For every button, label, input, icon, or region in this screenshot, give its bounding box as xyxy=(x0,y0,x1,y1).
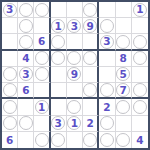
odd-marker-circle xyxy=(67,51,81,65)
cell-r3c4[interactable] xyxy=(51,34,67,50)
given-digit: 2 xyxy=(87,118,94,129)
cell-r5c4[interactable] xyxy=(51,67,67,83)
cell-r9c7[interactable] xyxy=(99,132,115,148)
odd-marker-circle xyxy=(3,116,17,130)
cell-r9c2[interactable] xyxy=(18,132,34,148)
odd-marker-circle xyxy=(100,83,114,97)
cell-r4c5[interactable] xyxy=(67,51,83,67)
cell-r6c2[interactable]: 6 xyxy=(18,83,34,99)
cell-r3c8[interactable] xyxy=(116,34,132,50)
cell-r5c2[interactable]: 3 xyxy=(18,67,34,83)
odd-marker-circle xyxy=(83,3,97,17)
given-digit: 6 xyxy=(22,85,29,96)
cell-r8c2[interactable] xyxy=(18,116,34,132)
given-digit: 3 xyxy=(6,4,13,15)
odd-marker-circle xyxy=(116,133,130,147)
cell-r6c6[interactable] xyxy=(83,83,99,99)
cell-r6c9[interactable] xyxy=(132,83,148,99)
odd-marker-circle xyxy=(19,3,33,17)
odd-marker-circle xyxy=(19,35,33,49)
odd-marker-circle xyxy=(100,19,114,33)
cell-r7c8[interactable] xyxy=(116,99,132,115)
cell-r6c4[interactable] xyxy=(51,83,67,99)
cell-r3c2[interactable] xyxy=(18,34,34,50)
cell-r8c5[interactable]: 1 xyxy=(67,116,83,132)
odd-marker-circle xyxy=(19,19,33,33)
cell-r7c9[interactable] xyxy=(132,99,148,115)
cell-r1c9[interactable]: 1 xyxy=(132,2,148,18)
cell-r5c8[interactable]: 5 xyxy=(116,67,132,83)
odd-marker-circle xyxy=(116,35,130,49)
odd-marker-circle xyxy=(133,51,147,65)
cell-r6c7[interactable] xyxy=(99,83,115,99)
cell-r9c9[interactable]: 4 xyxy=(132,132,148,148)
given-digit: 3 xyxy=(55,118,62,129)
cell-r2c6[interactable]: 9 xyxy=(83,18,99,34)
cell-r8c7[interactable] xyxy=(99,116,115,132)
given-digit: 3 xyxy=(71,21,78,32)
given-digit: 3 xyxy=(22,69,29,80)
odd-marker-circle xyxy=(133,83,147,97)
odd-marker-circle xyxy=(3,83,17,97)
given-digit: 3 xyxy=(103,36,110,47)
odd-marker-circle xyxy=(51,35,65,49)
cell-r1c6[interactable] xyxy=(83,2,99,18)
odd-marker-circle xyxy=(83,83,97,97)
given-digit: 8 xyxy=(120,53,127,64)
given-digit: 9 xyxy=(71,69,78,80)
given-digit: 6 xyxy=(38,36,45,47)
cell-r2c3[interactable] xyxy=(34,18,50,34)
given-digit: 1 xyxy=(38,102,45,113)
odd-marker-circle xyxy=(35,67,49,81)
cell-r7c3[interactable]: 1 xyxy=(34,99,50,115)
cell-r3c1[interactable] xyxy=(2,34,18,50)
given-digit: 1 xyxy=(71,118,78,129)
given-digit: 6 xyxy=(6,135,13,146)
cell-r1c7[interactable] xyxy=(99,2,115,18)
cell-r3c5[interactable] xyxy=(67,34,83,50)
given-digit: 9 xyxy=(87,21,94,32)
cell-r8c6[interactable]: 2 xyxy=(83,116,99,132)
given-digit: 7 xyxy=(120,85,127,96)
cell-r9c1[interactable]: 6 xyxy=(2,132,18,148)
cell-r7c2[interactable] xyxy=(18,99,34,115)
cell-r4c8[interactable]: 8 xyxy=(116,51,132,67)
cell-r8c4[interactable]: 3 xyxy=(51,116,67,132)
given-digit: 4 xyxy=(136,135,143,146)
cell-r1c2[interactable] xyxy=(18,2,34,18)
odd-marker-circle xyxy=(100,133,114,147)
cell-r5c6[interactable] xyxy=(83,67,99,83)
odd-marker-circle xyxy=(100,116,114,130)
cell-r7c4[interactable] xyxy=(51,99,67,115)
sudoku-board: 311396348395671231264 xyxy=(0,0,150,150)
given-digit: 5 xyxy=(120,69,127,80)
cell-r4c2[interactable]: 4 xyxy=(18,51,34,67)
cell-r6c1[interactable] xyxy=(2,83,18,99)
cell-r3c6[interactable] xyxy=(83,34,99,50)
cell-r4c4[interactable] xyxy=(51,51,67,67)
cell-r8c8[interactable] xyxy=(116,116,132,132)
cell-r8c3[interactable] xyxy=(34,116,50,132)
cell-r9c5[interactable] xyxy=(67,132,83,148)
odd-marker-circle xyxy=(35,51,49,65)
odd-marker-circle xyxy=(35,133,49,147)
odd-marker-circle xyxy=(3,100,17,114)
cell-r5c9[interactable] xyxy=(132,67,148,83)
cell-r9c6[interactable] xyxy=(83,132,99,148)
cell-r7c5[interactable] xyxy=(67,99,83,115)
cell-r1c4[interactable] xyxy=(51,2,67,18)
cell-r1c3[interactable] xyxy=(34,2,50,18)
cell-r9c3[interactable] xyxy=(34,132,50,148)
cell-r3c7[interactable]: 3 xyxy=(99,34,115,50)
odd-marker-circle xyxy=(133,100,147,114)
cell-r4c6[interactable] xyxy=(83,51,99,67)
odd-marker-circle xyxy=(51,51,65,65)
cell-r5c1[interactable] xyxy=(2,67,18,83)
cell-r6c3[interactable] xyxy=(34,83,50,99)
cell-r1c1[interactable]: 3 xyxy=(2,2,18,18)
cell-r4c1[interactable] xyxy=(2,51,18,67)
odd-marker-circle xyxy=(51,133,65,147)
cell-r8c9[interactable] xyxy=(132,116,148,132)
cell-r1c8[interactable] xyxy=(116,2,132,18)
cell-r7c7[interactable]: 2 xyxy=(99,99,115,115)
odd-marker-circle xyxy=(83,133,97,147)
odd-marker-circle xyxy=(3,67,17,81)
odd-marker-circle xyxy=(133,35,147,49)
cell-r4c7[interactable] xyxy=(99,51,115,67)
cell-r2c5[interactable]: 3 xyxy=(67,18,83,34)
cell-r3c3[interactable]: 6 xyxy=(34,34,50,50)
cell-r2c1[interactable] xyxy=(2,18,18,34)
given-digit: 2 xyxy=(103,102,110,113)
given-digit: 4 xyxy=(22,53,29,64)
given-digit: 1 xyxy=(136,4,143,15)
cell-r5c3[interactable] xyxy=(34,67,50,83)
cell-r6c8[interactable]: 7 xyxy=(116,83,132,99)
odd-marker-circle xyxy=(67,100,81,114)
cell-r8c1[interactable] xyxy=(2,116,18,132)
cell-r9c4[interactable] xyxy=(51,132,67,148)
cell-r7c1[interactable] xyxy=(2,99,18,115)
cell-r3c9[interactable] xyxy=(132,34,148,50)
cell-r9c8[interactable] xyxy=(116,132,132,148)
cell-r2c7[interactable] xyxy=(99,18,115,34)
odd-marker-circle xyxy=(35,3,49,17)
odd-marker-circle xyxy=(83,51,97,65)
odd-marker-circle xyxy=(116,100,130,114)
cell-r2c2[interactable] xyxy=(18,18,34,34)
cell-r7c6[interactable] xyxy=(83,99,99,115)
cell-r2c8[interactable] xyxy=(116,18,132,34)
cell-r6c5[interactable] xyxy=(67,83,83,99)
cell-r5c5[interactable]: 9 xyxy=(67,67,83,83)
cell-r2c9[interactable] xyxy=(132,18,148,34)
cell-r1c5[interactable] xyxy=(67,2,83,18)
cell-r2c4[interactable]: 1 xyxy=(51,18,67,34)
given-digit: 1 xyxy=(55,21,62,32)
cell-r4c9[interactable] xyxy=(132,51,148,67)
odd-marker-circle xyxy=(19,116,33,130)
cell-r4c3[interactable] xyxy=(34,51,50,67)
cell-r5c7[interactable] xyxy=(99,67,115,83)
